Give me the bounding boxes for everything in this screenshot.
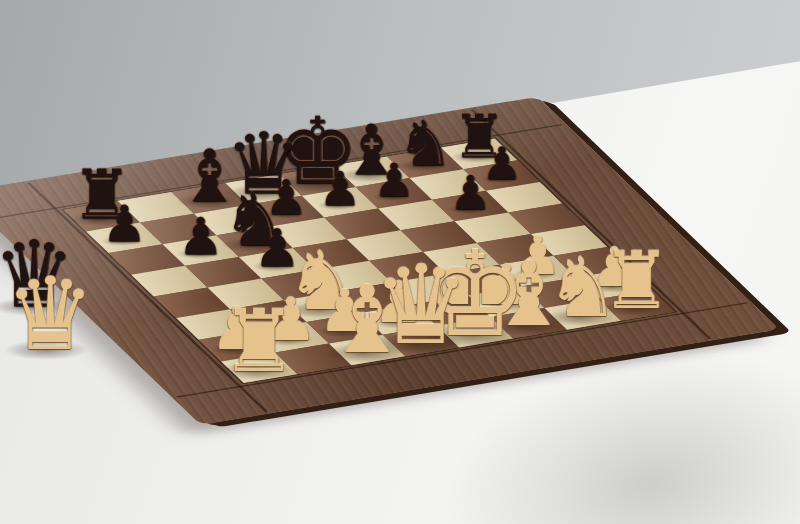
scene: ♞ ♜♞♝♟♚♛♟♝♟♟♟♜♟♞♟♟♟♟♟♛♜♞♞♟♝♟♚♟♛♟♛♝♜ <box>0 0 800 524</box>
